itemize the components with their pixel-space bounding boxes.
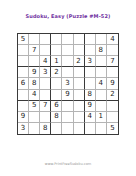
cell-r5c4 bbox=[51, 78, 62, 89]
cell-r6c3 bbox=[40, 90, 51, 101]
cell-r1c1: 5 bbox=[18, 34, 29, 45]
cell-r2c2: 7 bbox=[29, 45, 40, 56]
cell-r3c3: 4 bbox=[40, 56, 51, 67]
cell-r7c6 bbox=[74, 101, 85, 112]
cell-r9c3: 8 bbox=[40, 123, 51, 134]
cell-r4c9 bbox=[107, 67, 118, 78]
cell-r2c3 bbox=[40, 45, 51, 56]
cell-r5c9: 9 bbox=[107, 78, 118, 89]
cell-r5c1: 6 bbox=[18, 78, 29, 89]
cell-r9c1: 3 bbox=[18, 123, 29, 134]
cell-r4c1 bbox=[18, 67, 29, 78]
cell-r2c1 bbox=[18, 45, 29, 56]
cell-r4c7 bbox=[85, 67, 96, 78]
cell-r5c5: 3 bbox=[62, 78, 73, 89]
cell-r2c4 bbox=[51, 45, 62, 56]
cell-r2c8: 8 bbox=[96, 45, 107, 56]
cell-r3c5 bbox=[62, 56, 73, 67]
cell-r6c2: 4 bbox=[29, 90, 40, 101]
cell-r8c3 bbox=[40, 112, 51, 123]
cell-r8c5 bbox=[62, 112, 73, 123]
puzzle-page: Sudoku, Easy (Puzzle #M-52) 547841237932… bbox=[0, 0, 136, 176]
cell-r1c6 bbox=[74, 34, 85, 45]
cell-r5c2: 8 bbox=[29, 78, 40, 89]
cell-r7c4: 6 bbox=[51, 101, 62, 112]
footer-url: www.PrintFreeSudoku.com bbox=[0, 162, 136, 166]
cell-r3c4: 1 bbox=[51, 56, 62, 67]
cell-r8c4: 8 bbox=[51, 112, 62, 123]
sudoku-board: 54784123793268349498257699841385 bbox=[17, 33, 119, 135]
cell-r4c6 bbox=[74, 67, 85, 78]
cell-r9c6 bbox=[74, 123, 85, 134]
cell-r9c9: 5 bbox=[107, 123, 118, 134]
cell-r1c7 bbox=[85, 34, 96, 45]
cell-r8c6 bbox=[74, 112, 85, 123]
cell-r6c6 bbox=[74, 90, 85, 101]
cell-r6c1 bbox=[18, 90, 29, 101]
cell-r3c1 bbox=[18, 56, 29, 67]
cell-r7c2: 5 bbox=[29, 101, 40, 112]
cell-r6c8 bbox=[96, 90, 107, 101]
cell-r1c3 bbox=[40, 34, 51, 45]
cell-r9c7 bbox=[85, 123, 96, 134]
cell-r1c2 bbox=[29, 34, 40, 45]
cell-r5c8: 4 bbox=[96, 78, 107, 89]
cell-r8c9 bbox=[107, 112, 118, 123]
cell-r8c1: 9 bbox=[18, 112, 29, 123]
cell-r4c5 bbox=[62, 67, 73, 78]
cell-r1c5 bbox=[62, 34, 73, 45]
cell-r4c2: 9 bbox=[29, 67, 40, 78]
cell-r9c5 bbox=[62, 123, 73, 134]
cell-r7c7: 9 bbox=[85, 101, 96, 112]
cell-r2c9 bbox=[107, 45, 118, 56]
cell-r2c6 bbox=[74, 45, 85, 56]
cell-r8c2 bbox=[29, 112, 40, 123]
cell-r3c8 bbox=[96, 56, 107, 67]
cell-r2c5 bbox=[62, 45, 73, 56]
cell-r1c8 bbox=[96, 34, 107, 45]
cell-r3c6: 2 bbox=[74, 56, 85, 67]
cell-r4c3: 3 bbox=[40, 67, 51, 78]
cell-r5c7 bbox=[85, 78, 96, 89]
cell-r7c5 bbox=[62, 101, 73, 112]
cell-r3c2 bbox=[29, 56, 40, 67]
cell-r7c9 bbox=[107, 101, 118, 112]
cell-r7c1 bbox=[18, 101, 29, 112]
cell-r5c3 bbox=[40, 78, 51, 89]
cell-r2c7 bbox=[85, 45, 96, 56]
cell-r7c3: 7 bbox=[40, 101, 51, 112]
cell-r6c9: 2 bbox=[107, 90, 118, 101]
cell-r9c2 bbox=[29, 123, 40, 134]
cell-r8c8: 1 bbox=[96, 112, 107, 123]
cell-r4c4: 2 bbox=[51, 67, 62, 78]
cell-r4c8 bbox=[96, 67, 107, 78]
cell-r6c5: 9 bbox=[62, 90, 73, 101]
cell-r7c8 bbox=[96, 101, 107, 112]
cell-r1c4 bbox=[51, 34, 62, 45]
cell-r8c7: 4 bbox=[85, 112, 96, 123]
cell-r1c9: 4 bbox=[107, 34, 118, 45]
cell-r6c4 bbox=[51, 90, 62, 101]
cell-r9c4 bbox=[51, 123, 62, 134]
cell-r6c7: 8 bbox=[85, 90, 96, 101]
cell-r5c6 bbox=[74, 78, 85, 89]
puzzle-title: Sudoku, Easy (Puzzle #M-52) bbox=[0, 13, 136, 19]
cell-r9c8 bbox=[96, 123, 107, 134]
cell-r3c9: 7 bbox=[107, 56, 118, 67]
cell-r3c7: 3 bbox=[85, 56, 96, 67]
